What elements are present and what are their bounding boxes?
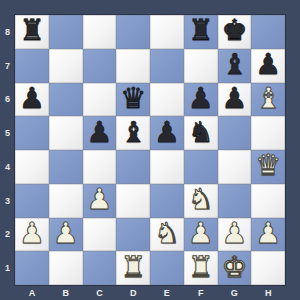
square-g6[interactable]: ♟ xyxy=(218,83,252,117)
square-b4[interactable] xyxy=(49,150,83,184)
square-e8[interactable] xyxy=(150,15,184,49)
chess-diagram: 87654321 ♜♜♚♝♟♟♛♟♟♝♟♝♟♞♛♟♞♟♟♞♟♟♟♜♜♚ ABCD… xyxy=(0,0,300,300)
black-queen[interactable]: ♛ xyxy=(120,84,146,113)
square-b6[interactable] xyxy=(49,83,83,117)
square-g3[interactable] xyxy=(218,184,252,218)
black-bishop[interactable]: ♝ xyxy=(221,50,247,79)
square-b2[interactable]: ♟ xyxy=(49,218,83,252)
black-bishop[interactable]: ♝ xyxy=(120,118,146,147)
white-queen[interactable]: ♛ xyxy=(255,151,281,180)
square-b1[interactable] xyxy=(49,251,83,285)
black-pawn[interactable]: ♟ xyxy=(154,118,180,147)
black-rook[interactable]: ♜ xyxy=(19,16,45,45)
square-h3[interactable] xyxy=(251,184,285,218)
white-knight[interactable]: ♞ xyxy=(188,185,214,214)
black-pawn[interactable]: ♟ xyxy=(255,50,281,79)
square-f3[interactable]: ♞ xyxy=(184,184,218,218)
rank-label-4: 4 xyxy=(0,150,15,184)
white-rook[interactable]: ♜ xyxy=(188,253,214,282)
square-g1[interactable]: ♚ xyxy=(218,251,252,285)
square-g8[interactable]: ♚ xyxy=(218,15,252,49)
black-pawn[interactable]: ♟ xyxy=(221,84,247,113)
white-pawn[interactable]: ♟ xyxy=(188,219,214,248)
square-e3[interactable] xyxy=(150,184,184,218)
square-a3[interactable] xyxy=(15,184,49,218)
black-knight[interactable]: ♞ xyxy=(188,118,214,147)
square-d5[interactable]: ♝ xyxy=(116,116,150,150)
square-e2[interactable]: ♞ xyxy=(150,218,184,252)
square-d8[interactable] xyxy=(116,15,150,49)
square-h4[interactable]: ♛ xyxy=(251,150,285,184)
square-c7[interactable] xyxy=(83,49,117,83)
square-c1[interactable] xyxy=(83,251,117,285)
square-c5[interactable]: ♟ xyxy=(83,116,117,150)
square-b8[interactable] xyxy=(49,15,83,49)
square-b7[interactable] xyxy=(49,49,83,83)
square-b5[interactable] xyxy=(49,116,83,150)
square-f1[interactable]: ♜ xyxy=(184,251,218,285)
square-h1[interactable] xyxy=(251,251,285,285)
square-g4[interactable] xyxy=(218,150,252,184)
square-e6[interactable] xyxy=(150,83,184,117)
square-e7[interactable] xyxy=(150,49,184,83)
file-label-a: A xyxy=(15,285,49,300)
chess-board[interactable]: ♜♜♚♝♟♟♛♟♟♝♟♝♟♞♛♟♞♟♟♞♟♟♟♜♜♚ xyxy=(15,15,285,285)
white-pawn[interactable]: ♟ xyxy=(19,219,45,248)
rank-label-5: 5 xyxy=(0,116,15,150)
file-label-b: B xyxy=(49,285,83,300)
white-king[interactable]: ♚ xyxy=(221,253,247,282)
square-d7[interactable] xyxy=(116,49,150,83)
rank-label-8: 8 xyxy=(0,15,15,49)
square-a8[interactable]: ♜ xyxy=(15,15,49,49)
rank-label-6: 6 xyxy=(0,83,15,117)
black-king[interactable]: ♚ xyxy=(221,16,247,45)
square-f8[interactable]: ♜ xyxy=(184,15,218,49)
white-rook[interactable]: ♜ xyxy=(120,253,146,282)
file-label-c: C xyxy=(83,285,117,300)
square-a6[interactable]: ♟ xyxy=(15,83,49,117)
square-b3[interactable] xyxy=(49,184,83,218)
rank-label-7: 7 xyxy=(0,49,15,83)
square-d3[interactable] xyxy=(116,184,150,218)
file-label-e: E xyxy=(150,285,184,300)
file-label-h: H xyxy=(251,285,285,300)
rank-label-3: 3 xyxy=(0,184,15,218)
square-a4[interactable] xyxy=(15,150,49,184)
square-f6[interactable]: ♟ xyxy=(184,83,218,117)
rank-label-1: 1 xyxy=(0,251,15,285)
square-a1[interactable] xyxy=(15,251,49,285)
square-f2[interactable]: ♟ xyxy=(184,218,218,252)
white-pawn[interactable]: ♟ xyxy=(86,185,112,214)
square-a5[interactable] xyxy=(15,116,49,150)
square-h2[interactable]: ♟ xyxy=(251,218,285,252)
square-g7[interactable]: ♝ xyxy=(218,49,252,83)
file-label-d: D xyxy=(116,285,150,300)
file-labels: ABCDEFGH xyxy=(15,285,285,300)
square-a2[interactable]: ♟ xyxy=(15,218,49,252)
white-bishop[interactable]: ♝ xyxy=(255,84,281,113)
square-e1[interactable] xyxy=(150,251,184,285)
square-d6[interactable]: ♛ xyxy=(116,83,150,117)
white-pawn[interactable]: ♟ xyxy=(255,219,281,248)
square-f5[interactable]: ♞ xyxy=(184,116,218,150)
square-d4[interactable] xyxy=(116,150,150,184)
black-pawn[interactable]: ♟ xyxy=(188,84,214,113)
square-g5[interactable] xyxy=(218,116,252,150)
file-label-g: G xyxy=(218,285,252,300)
square-e4[interactable] xyxy=(150,150,184,184)
square-c2[interactable] xyxy=(83,218,117,252)
square-h7[interactable]: ♟ xyxy=(251,49,285,83)
rank-labels: 87654321 xyxy=(0,15,15,285)
square-e5[interactable]: ♟ xyxy=(150,116,184,150)
white-knight[interactable]: ♞ xyxy=(154,219,180,248)
square-c3[interactable]: ♟ xyxy=(83,184,117,218)
white-pawn[interactable]: ♟ xyxy=(221,219,247,248)
file-label-f: F xyxy=(184,285,218,300)
rank-label-2: 2 xyxy=(0,218,15,252)
square-f4[interactable] xyxy=(184,150,218,184)
square-c4[interactable] xyxy=(83,150,117,184)
square-d1[interactable]: ♜ xyxy=(116,251,150,285)
black-rook[interactable]: ♜ xyxy=(188,16,214,45)
square-g2[interactable]: ♟ xyxy=(218,218,252,252)
black-pawn[interactable]: ♟ xyxy=(86,118,112,147)
square-h8[interactable] xyxy=(251,15,285,49)
black-pawn[interactable]: ♟ xyxy=(19,84,45,113)
square-c8[interactable] xyxy=(83,15,117,49)
square-h6[interactable]: ♝ xyxy=(251,83,285,117)
square-c6[interactable] xyxy=(83,83,117,117)
square-h5[interactable] xyxy=(251,116,285,150)
white-pawn[interactable]: ♟ xyxy=(53,219,79,248)
square-d2[interactable] xyxy=(116,218,150,252)
square-f7[interactable] xyxy=(184,49,218,83)
square-a7[interactable] xyxy=(15,49,49,83)
